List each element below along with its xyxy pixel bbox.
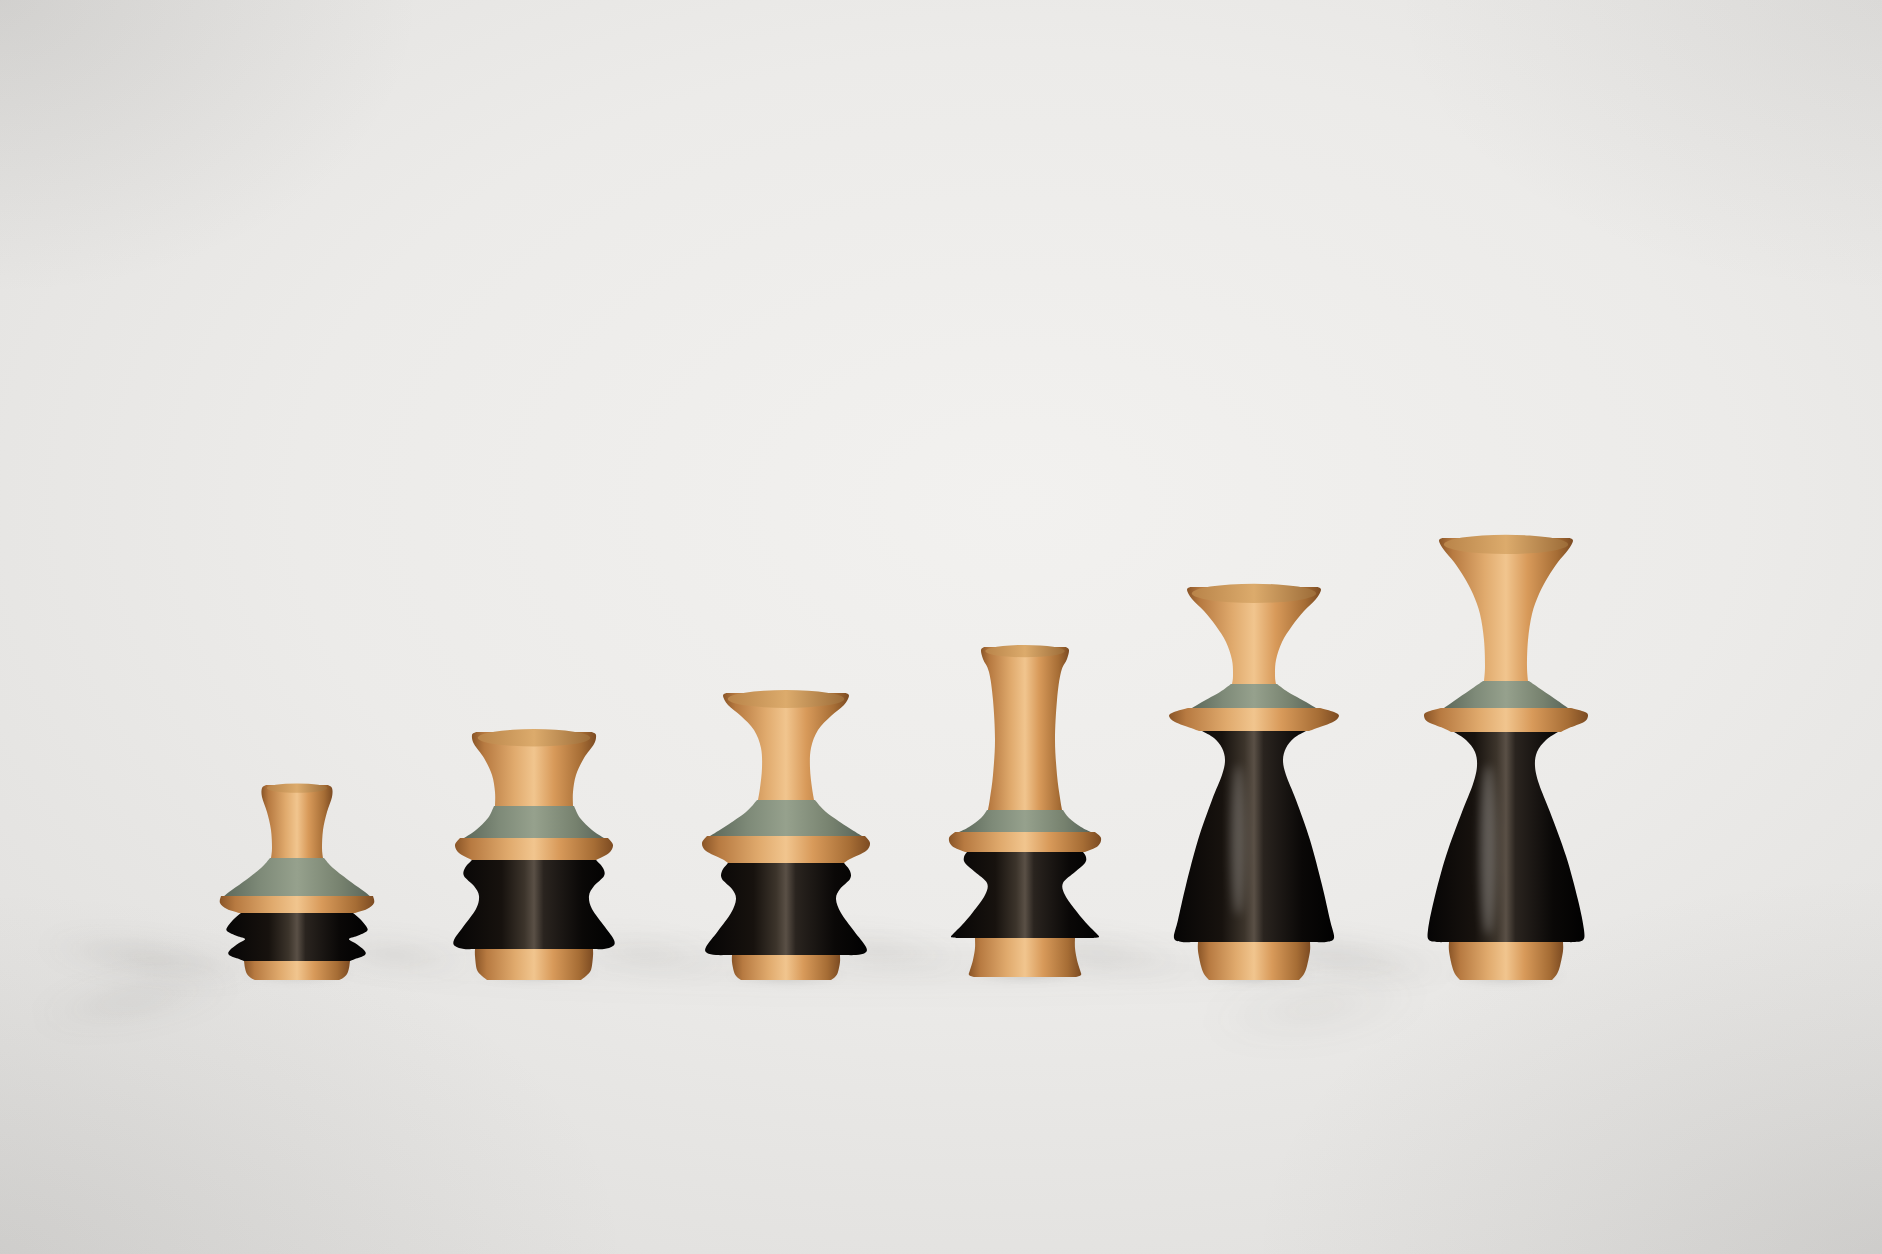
rook-wood-segment-2	[949, 832, 1101, 852]
bishop-green-segment-1	[710, 800, 862, 836]
photo-stage	[0, 0, 1882, 1254]
queen-green-segment-1	[1192, 684, 1316, 708]
king-wood-segment-4	[1449, 942, 1563, 980]
chess-piece-pawn	[220, 783, 375, 980]
pawn-wood-segment-4	[244, 961, 350, 980]
bishop-wood-segment-4	[732, 955, 840, 980]
pawn-black-segment-3	[226, 913, 367, 961]
king-wood-segment-2	[1424, 708, 1588, 732]
knight-black-segment-3	[453, 860, 614, 949]
king-wood-segment-0	[1439, 538, 1573, 681]
pawn-wood-segment-2	[220, 896, 375, 913]
knight-top-face	[478, 729, 591, 746]
pawn-wood-segment-0	[261, 785, 332, 858]
queen-black-segment-3	[1174, 731, 1334, 942]
rook-top-face	[985, 645, 1065, 657]
queen-wood-segment-4	[1198, 942, 1310, 980]
chess-piece-king	[1424, 535, 1588, 980]
chess-piece-knight	[453, 729, 614, 980]
rook-wood-segment-4	[969, 938, 1081, 977]
king-top-face	[1444, 535, 1568, 554]
rook-green-segment-1	[959, 810, 1091, 832]
rook-black-segment-3	[951, 852, 1099, 938]
bishop-top-face	[728, 690, 844, 708]
queen-gloss-highlight	[1231, 765, 1245, 915]
queen-top-face	[1192, 584, 1316, 603]
bishop-black-segment-3	[705, 863, 867, 955]
chess-piece-queen	[1169, 584, 1339, 980]
knight-wood-segment-4	[475, 949, 593, 980]
knight-green-segment-1	[464, 806, 604, 838]
chess-piece-bishop	[702, 690, 870, 980]
rook-wood-segment-0	[981, 647, 1069, 810]
pawn-top-face	[267, 783, 327, 792]
pawn-green-segment-1	[223, 858, 371, 897]
king-green-segment-1	[1444, 681, 1568, 708]
knight-wood-segment-2	[455, 838, 613, 860]
chess-pieces-svg	[0, 0, 1882, 1254]
king-gloss-highlight	[1480, 765, 1496, 935]
king-black-segment-3	[1428, 732, 1585, 942]
bishop-wood-segment-0	[723, 693, 849, 800]
queen-wood-segment-2	[1169, 708, 1339, 731]
bishop-wood-segment-2	[702, 836, 870, 863]
chess-piece-rook	[949, 645, 1101, 977]
